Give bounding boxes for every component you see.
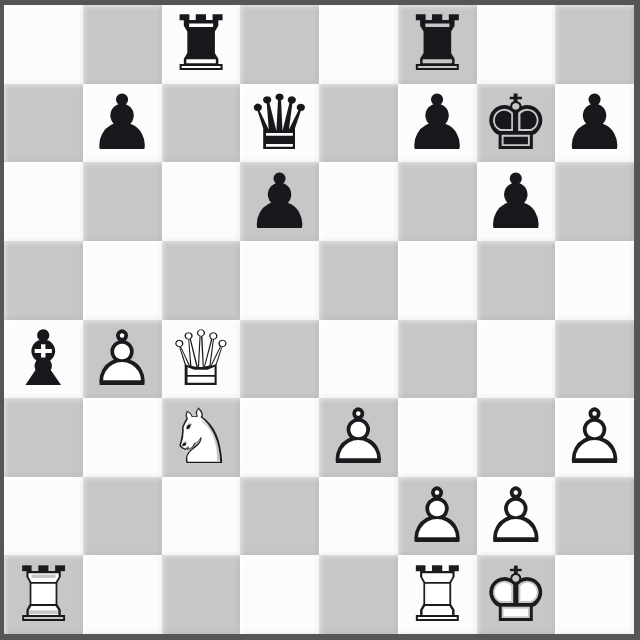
square-f8[interactable]: ♜ [398, 5, 477, 84]
white-pawn-icon: ♙ [319, 398, 398, 477]
square-g3[interactable] [477, 398, 556, 477]
square-g7[interactable]: ♚ [477, 84, 556, 163]
white-pawn-piece[interactable]: ♟♙ [555, 398, 634, 477]
square-c3[interactable]: ♞♘ [162, 398, 241, 477]
square-d7[interactable]: ♛ [240, 84, 319, 163]
square-b5[interactable] [83, 241, 162, 320]
square-f5[interactable] [398, 241, 477, 320]
white-pawn-icon: ♙ [477, 477, 556, 556]
square-a6[interactable] [4, 162, 83, 241]
black-bishop-piece[interactable]: ♝ [4, 320, 83, 399]
black-pawn-piece[interactable]: ♟ [240, 162, 319, 241]
square-a3[interactable] [4, 398, 83, 477]
square-d8[interactable] [240, 5, 319, 84]
white-rook-piece[interactable]: ♜♖ [398, 555, 477, 634]
white-king-icon: ♔ [477, 555, 556, 634]
square-c5[interactable] [162, 241, 241, 320]
square-d2[interactable] [240, 477, 319, 556]
square-f1[interactable]: ♜♖ [398, 555, 477, 634]
black-pawn-piece[interactable]: ♟ [477, 162, 556, 241]
chess-board: ♜♜♟♛♟♚♟♟♟♝♟♙♛♕♞♘♟♙♟♙♟♙♟♙♜♖♜♖♚♔ [4, 5, 634, 634]
square-h7[interactable]: ♟ [555, 84, 634, 163]
square-f6[interactable] [398, 162, 477, 241]
square-d6[interactable]: ♟ [240, 162, 319, 241]
square-h1[interactable] [555, 555, 634, 634]
black-pawn-icon: ♟ [555, 84, 634, 163]
square-b2[interactable] [83, 477, 162, 556]
white-knight-piece[interactable]: ♞♘ [162, 398, 241, 477]
square-h3[interactable]: ♟♙ [555, 398, 634, 477]
square-b7[interactable]: ♟ [83, 84, 162, 163]
square-h4[interactable] [555, 320, 634, 399]
black-pawn-icon: ♟ [83, 84, 162, 163]
square-d5[interactable] [240, 241, 319, 320]
white-pawn-icon: ♙ [398, 477, 477, 556]
white-pawn-piece[interactable]: ♟♙ [477, 477, 556, 556]
square-e3[interactable]: ♟♙ [319, 398, 398, 477]
white-king-piece[interactable]: ♚♔ [477, 555, 556, 634]
black-rook-piece[interactable]: ♜ [398, 5, 477, 84]
square-e4[interactable] [319, 320, 398, 399]
square-c7[interactable] [162, 84, 241, 163]
white-queen-icon: ♕ [162, 320, 241, 399]
white-pawn-piece[interactable]: ♟♙ [398, 477, 477, 556]
board-frame: ♜♜♟♛♟♚♟♟♟♝♟♙♛♕♞♘♟♙♟♙♟♙♟♙♜♖♜♖♚♔ [0, 0, 640, 640]
black-queen-icon: ♛ [240, 84, 319, 163]
square-a7[interactable] [4, 84, 83, 163]
white-pawn-piece[interactable]: ♟♙ [319, 398, 398, 477]
black-rook-icon: ♜ [398, 5, 477, 84]
square-e2[interactable] [319, 477, 398, 556]
square-h8[interactable] [555, 5, 634, 84]
black-queen-piece[interactable]: ♛ [240, 84, 319, 163]
square-b1[interactable] [83, 555, 162, 634]
square-h2[interactable] [555, 477, 634, 556]
square-a4[interactable]: ♝ [4, 320, 83, 399]
square-b4[interactable]: ♟♙ [83, 320, 162, 399]
black-bishop-icon: ♝ [4, 320, 83, 399]
square-h5[interactable] [555, 241, 634, 320]
black-pawn-icon: ♟ [477, 162, 556, 241]
black-king-icon: ♚ [477, 84, 556, 163]
white-queen-piece[interactable]: ♛♕ [162, 320, 241, 399]
square-c8[interactable]: ♜ [162, 5, 241, 84]
white-pawn-icon: ♙ [83, 320, 162, 399]
square-g2[interactable]: ♟♙ [477, 477, 556, 556]
square-g6[interactable]: ♟ [477, 162, 556, 241]
black-pawn-piece[interactable]: ♟ [83, 84, 162, 163]
black-king-piece[interactable]: ♚ [477, 84, 556, 163]
square-e1[interactable] [319, 555, 398, 634]
square-d4[interactable] [240, 320, 319, 399]
square-c6[interactable] [162, 162, 241, 241]
white-knight-icon: ♘ [162, 398, 241, 477]
square-e5[interactable] [319, 241, 398, 320]
square-d3[interactable] [240, 398, 319, 477]
square-h6[interactable] [555, 162, 634, 241]
square-c2[interactable] [162, 477, 241, 556]
square-g4[interactable] [477, 320, 556, 399]
square-e6[interactable] [319, 162, 398, 241]
black-pawn-icon: ♟ [398, 84, 477, 163]
black-pawn-piece[interactable]: ♟ [555, 84, 634, 163]
square-g5[interactable] [477, 241, 556, 320]
square-a5[interactable] [4, 241, 83, 320]
square-e7[interactable] [319, 84, 398, 163]
black-rook-piece[interactable]: ♜ [162, 5, 241, 84]
square-a2[interactable] [4, 477, 83, 556]
square-c4[interactable]: ♛♕ [162, 320, 241, 399]
square-g1[interactable]: ♚♔ [477, 555, 556, 634]
white-pawn-icon: ♙ [555, 398, 634, 477]
square-a1[interactable]: ♜♖ [4, 555, 83, 634]
white-pawn-piece[interactable]: ♟♙ [83, 320, 162, 399]
square-b6[interactable] [83, 162, 162, 241]
white-rook-icon: ♖ [4, 555, 83, 634]
square-f4[interactable] [398, 320, 477, 399]
square-b3[interactable] [83, 398, 162, 477]
black-pawn-piece[interactable]: ♟ [398, 84, 477, 163]
square-f2[interactable]: ♟♙ [398, 477, 477, 556]
square-d1[interactable] [240, 555, 319, 634]
square-c1[interactable] [162, 555, 241, 634]
square-f3[interactable] [398, 398, 477, 477]
square-f7[interactable]: ♟ [398, 84, 477, 163]
white-rook-piece[interactable]: ♜♖ [4, 555, 83, 634]
square-g8[interactable] [477, 5, 556, 84]
square-b8[interactable] [83, 5, 162, 84]
square-a8[interactable] [4, 5, 83, 84]
black-rook-icon: ♜ [162, 5, 241, 84]
white-rook-icon: ♖ [398, 555, 477, 634]
black-pawn-icon: ♟ [240, 162, 319, 241]
square-e8[interactable] [319, 5, 398, 84]
